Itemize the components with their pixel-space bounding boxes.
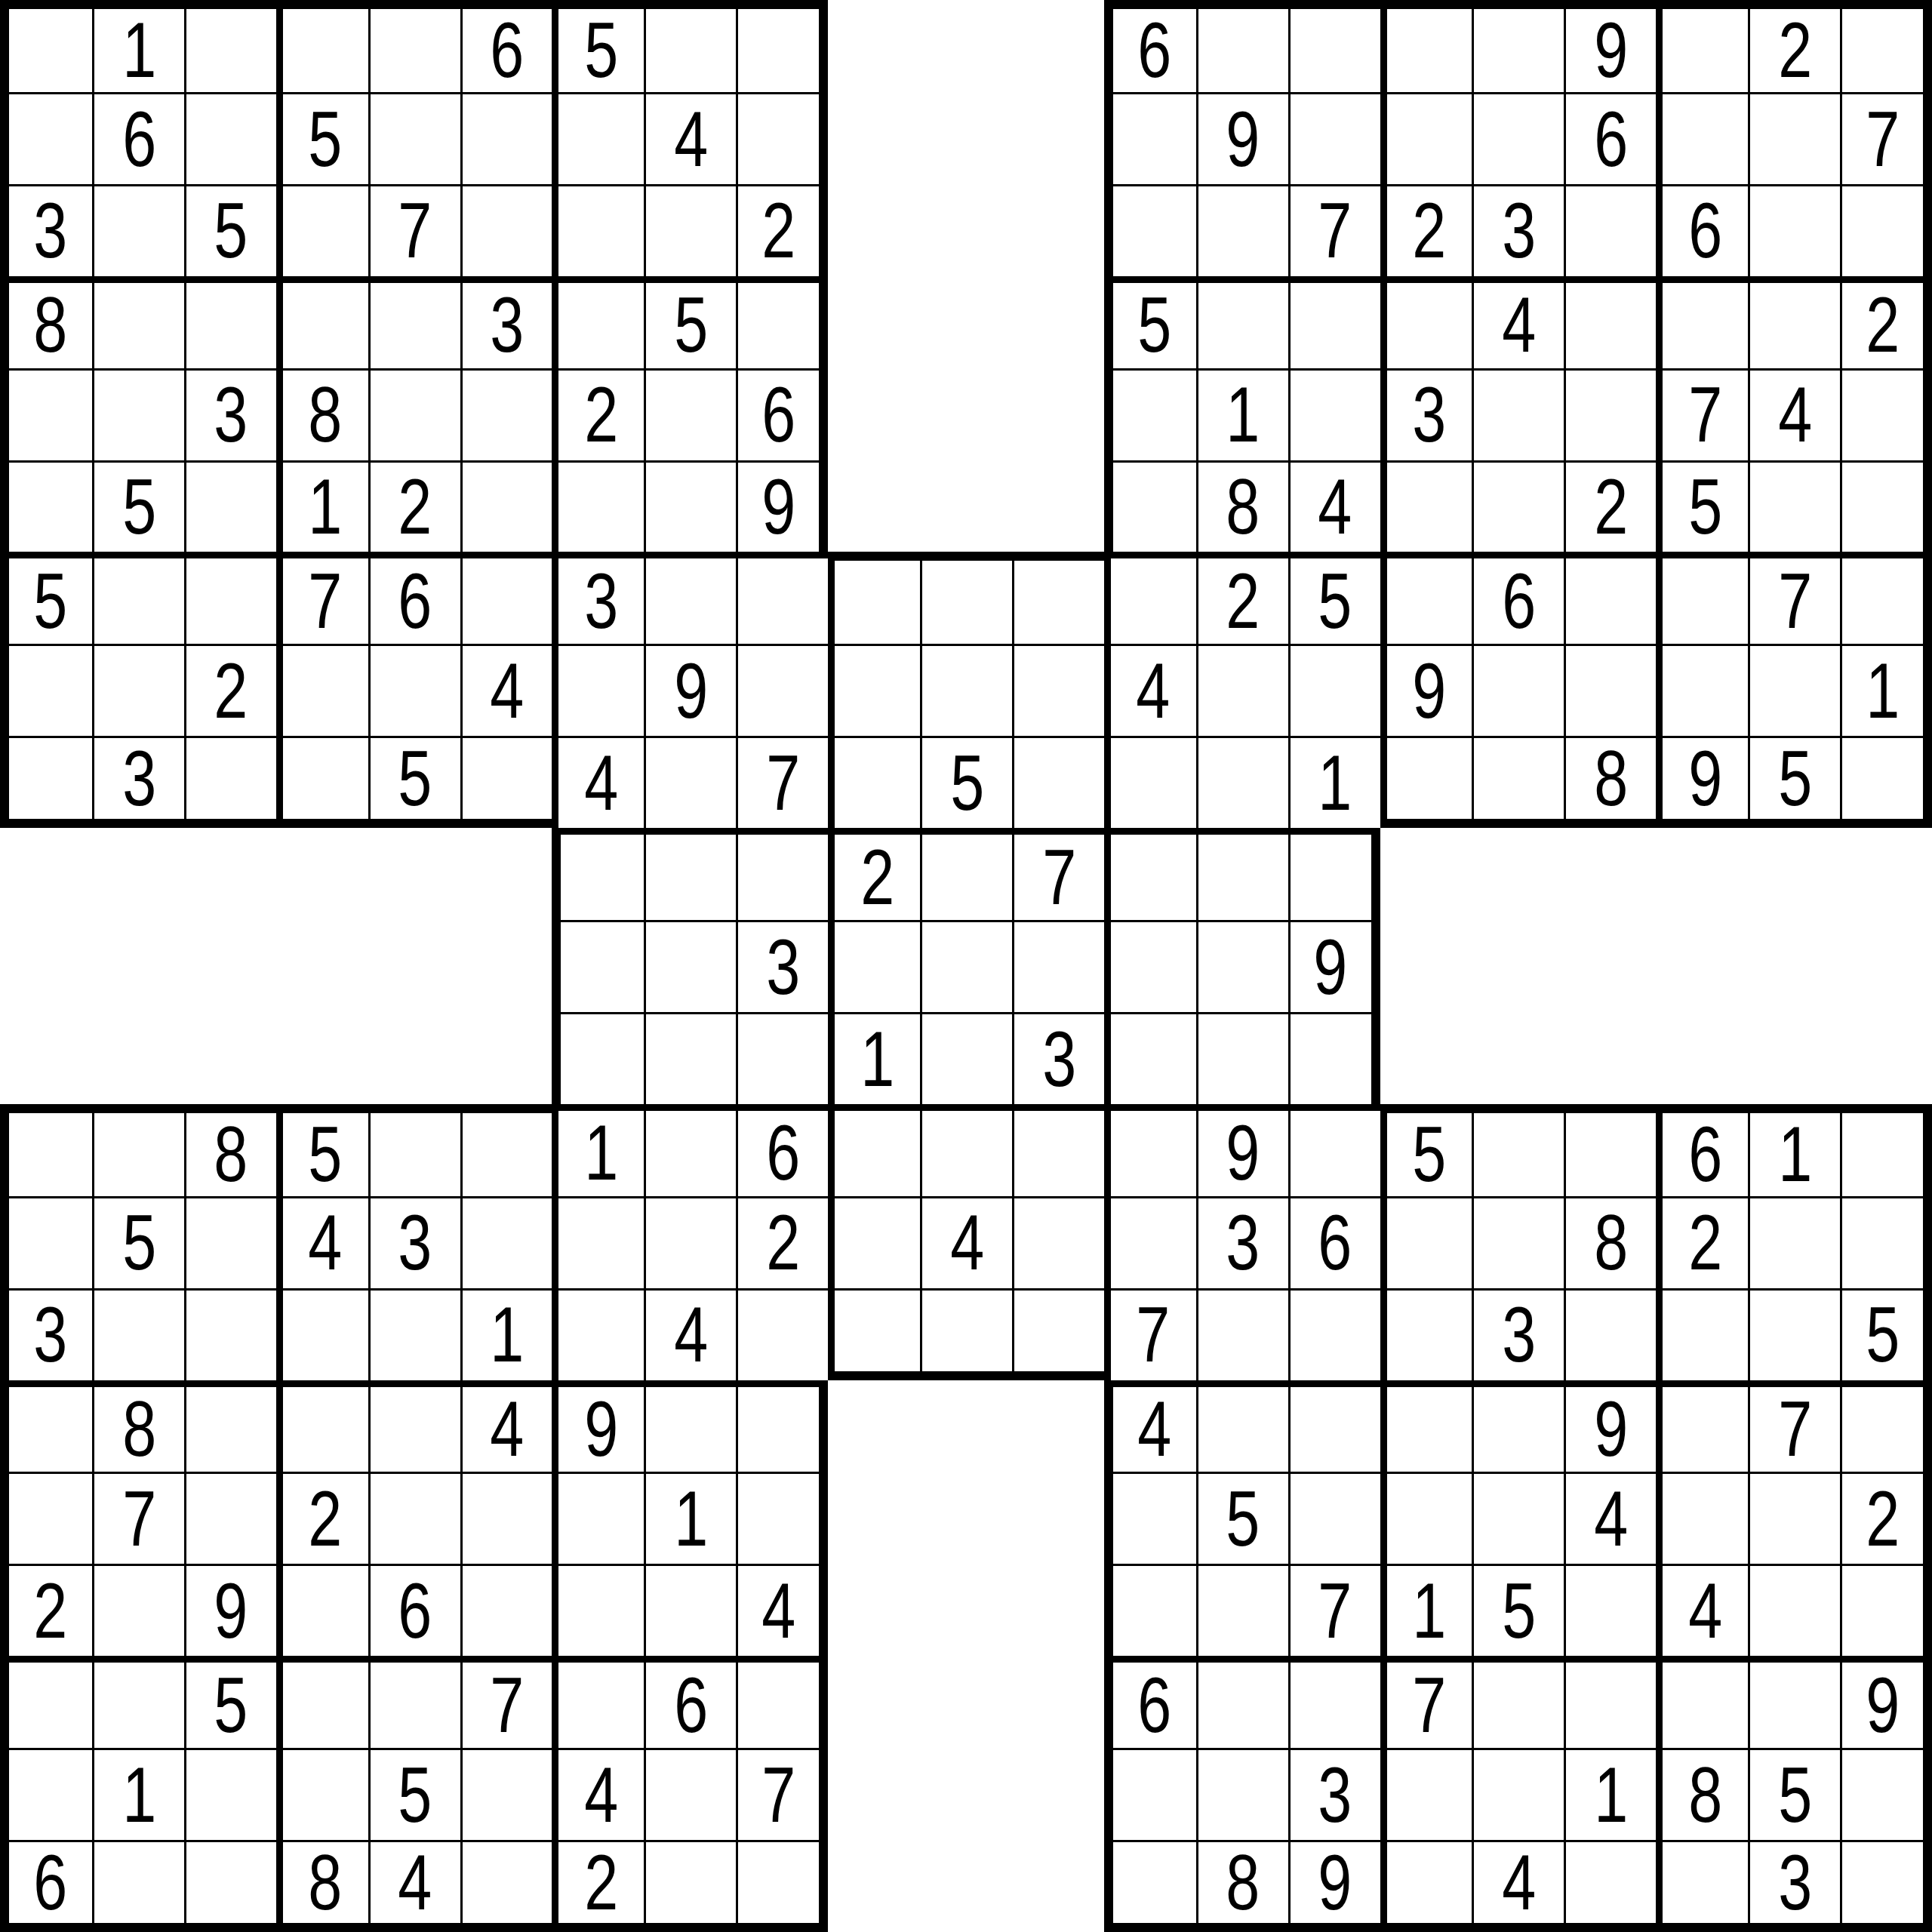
cell-r13c9[interactable]: 6 (736, 1104, 828, 1196)
cell-r17c5[interactable] (368, 1472, 460, 1564)
cell-r7c15[interactable]: 5 (1288, 552, 1380, 644)
cell-r20c6[interactable] (460, 1748, 552, 1840)
cell-r3c4[interactable] (276, 184, 368, 276)
cell-r7c19[interactable] (1656, 552, 1748, 644)
cell-r6c18[interactable]: 2 (1564, 460, 1656, 552)
cell-r15c14[interactable] (1196, 1288, 1288, 1380)
cell-r4c1[interactable]: 8 (0, 276, 92, 368)
cell-r4c3[interactable] (184, 276, 276, 368)
cell-r9c18[interactable]: 8 (1564, 736, 1656, 828)
cell-r1c2[interactable]: 1 (92, 0, 184, 92)
cell-r1c18[interactable]: 9 (1564, 0, 1656, 92)
cell-r21c20[interactable]: 3 (1748, 1840, 1840, 1932)
cell-r4c17[interactable]: 4 (1472, 276, 1564, 368)
cell-r8c18[interactable] (1564, 644, 1656, 736)
cell-r17c9[interactable] (736, 1472, 828, 1564)
cell-r21c19[interactable] (1656, 1840, 1748, 1932)
cell-r17c14[interactable]: 5 (1196, 1472, 1288, 1564)
cell-r9c5[interactable]: 5 (368, 736, 460, 828)
cell-r21c14[interactable]: 8 (1196, 1840, 1288, 1932)
cell-r14c11[interactable]: 4 (920, 1196, 1012, 1288)
cell-r9c8[interactable] (644, 736, 736, 828)
cell-r6c6[interactable] (460, 460, 552, 552)
cell-r15c15[interactable] (1288, 1288, 1380, 1380)
cell-r8c19[interactable] (1656, 644, 1748, 736)
cell-r9c11[interactable]: 5 (920, 736, 1012, 828)
cell-r4c20[interactable] (1748, 276, 1840, 368)
cell-r13c1[interactable] (0, 1104, 92, 1196)
cell-r20c1[interactable] (0, 1748, 92, 1840)
cell-r2c17[interactable] (1472, 92, 1564, 184)
cell-r12c7[interactable] (552, 1012, 644, 1104)
cell-r4c9[interactable] (736, 276, 828, 368)
cell-r11c15[interactable]: 9 (1288, 920, 1380, 1012)
cell-r18c9[interactable]: 4 (736, 1564, 828, 1656)
cell-r18c8[interactable] (644, 1564, 736, 1656)
cell-r21c15[interactable]: 9 (1288, 1840, 1380, 1932)
cell-r5c1[interactable] (0, 368, 92, 460)
cell-r8c2[interactable] (92, 644, 184, 736)
cell-r3c16[interactable]: 2 (1380, 184, 1472, 276)
cell-r1c16[interactable] (1380, 0, 1472, 92)
cell-r8c5[interactable] (368, 644, 460, 736)
cell-r4c2[interactable] (92, 276, 184, 368)
cell-r20c20[interactable]: 5 (1748, 1748, 1840, 1840)
cell-r15c18[interactable] (1564, 1288, 1656, 1380)
cell-r8c13[interactable]: 4 (1104, 644, 1196, 736)
cell-r3c21[interactable] (1840, 184, 1932, 276)
cell-r3c2[interactable] (92, 184, 184, 276)
cell-r13c15[interactable] (1288, 1104, 1380, 1196)
cell-r17c4[interactable]: 2 (276, 1472, 368, 1564)
cell-r4c21[interactable]: 2 (1840, 276, 1932, 368)
cell-r19c15[interactable] (1288, 1656, 1380, 1748)
cell-r18c15[interactable]: 7 (1288, 1564, 1380, 1656)
cell-r6c4[interactable]: 1 (276, 460, 368, 552)
cell-r6c9[interactable]: 9 (736, 460, 828, 552)
cell-r21c16[interactable] (1380, 1840, 1472, 1932)
cell-r4c5[interactable] (368, 276, 460, 368)
cell-r14c1[interactable] (0, 1196, 92, 1288)
cell-r5c17[interactable] (1472, 368, 1564, 460)
cell-r4c18[interactable] (1564, 276, 1656, 368)
cell-r19c9[interactable] (736, 1656, 828, 1748)
cell-r14c20[interactable] (1748, 1196, 1840, 1288)
cell-r8c11[interactable] (920, 644, 1012, 736)
cell-r12c10[interactable]: 1 (828, 1012, 920, 1104)
cell-r5c19[interactable]: 7 (1656, 368, 1748, 460)
cell-r19c2[interactable] (92, 1656, 184, 1748)
cell-r2c14[interactable]: 9 (1196, 92, 1288, 184)
cell-r4c14[interactable] (1196, 276, 1288, 368)
cell-r13c11[interactable] (920, 1104, 1012, 1196)
cell-r3c8[interactable] (644, 184, 736, 276)
cell-r6c17[interactable] (1472, 460, 1564, 552)
cell-r3c17[interactable]: 3 (1472, 184, 1564, 276)
cell-r19c8[interactable]: 6 (644, 1656, 736, 1748)
cell-r1c7[interactable]: 5 (552, 0, 644, 92)
cell-r13c17[interactable] (1472, 1104, 1564, 1196)
cell-r17c6[interactable] (460, 1472, 552, 1564)
cell-r3c14[interactable] (1196, 184, 1288, 276)
cell-r1c19[interactable] (1656, 0, 1748, 92)
cell-r21c6[interactable] (460, 1840, 552, 1932)
cell-r2c15[interactable] (1288, 92, 1380, 184)
cell-r8c1[interactable] (0, 644, 92, 736)
cell-r2c3[interactable] (184, 92, 276, 184)
cell-r13c4[interactable]: 5 (276, 1104, 368, 1196)
cell-r10c8[interactable] (644, 828, 736, 920)
cell-r15c20[interactable] (1748, 1288, 1840, 1380)
cell-r7c21[interactable] (1840, 552, 1932, 644)
cell-r16c5[interactable] (368, 1380, 460, 1472)
cell-r9c16[interactable] (1380, 736, 1472, 828)
cell-r6c21[interactable] (1840, 460, 1932, 552)
cell-r9c9[interactable]: 7 (736, 736, 828, 828)
cell-r8c8[interactable]: 9 (644, 644, 736, 736)
cell-r11c10[interactable] (828, 920, 920, 1012)
cell-r10c13[interactable] (1104, 828, 1196, 920)
cell-r17c19[interactable] (1656, 1472, 1748, 1564)
cell-r17c2[interactable]: 7 (92, 1472, 184, 1564)
cell-r14c16[interactable] (1380, 1196, 1472, 1288)
cell-r20c21[interactable] (1840, 1748, 1932, 1840)
cell-r10c10[interactable]: 2 (828, 828, 920, 920)
cell-r15c7[interactable] (552, 1288, 644, 1380)
cell-r16c6[interactable]: 4 (460, 1380, 552, 1472)
cell-r14c7[interactable] (552, 1196, 644, 1288)
cell-r4c7[interactable] (552, 276, 644, 368)
cell-r19c21[interactable]: 9 (1840, 1656, 1932, 1748)
cell-r7c2[interactable] (92, 552, 184, 644)
cell-r4c6[interactable]: 3 (460, 276, 552, 368)
cell-r5c6[interactable] (460, 368, 552, 460)
cell-r17c16[interactable] (1380, 1472, 1472, 1564)
cell-r13c8[interactable] (644, 1104, 736, 1196)
cell-r19c20[interactable] (1748, 1656, 1840, 1748)
cell-r16c1[interactable] (0, 1380, 92, 1472)
cell-r15c5[interactable] (368, 1288, 460, 1380)
cell-r21c13[interactable] (1104, 1840, 1196, 1932)
cell-r5c20[interactable]: 4 (1748, 368, 1840, 460)
cell-r8c21[interactable]: 1 (1840, 644, 1932, 736)
cell-r19c5[interactable] (368, 1656, 460, 1748)
cell-r6c16[interactable] (1380, 460, 1472, 552)
cell-r8c7[interactable] (552, 644, 644, 736)
cell-r1c15[interactable] (1288, 0, 1380, 92)
cell-r5c7[interactable]: 2 (552, 368, 644, 460)
cell-r15c11[interactable] (920, 1288, 1012, 1380)
cell-r19c1[interactable] (0, 1656, 92, 1748)
cell-r9c19[interactable]: 9 (1656, 736, 1748, 828)
cell-r20c4[interactable] (276, 1748, 368, 1840)
cell-r2c4[interactable]: 5 (276, 92, 368, 184)
cell-r6c20[interactable] (1748, 460, 1840, 552)
cell-r20c17[interactable] (1472, 1748, 1564, 1840)
cell-r7c8[interactable] (644, 552, 736, 644)
cell-r2c20[interactable] (1748, 92, 1840, 184)
cell-r13c10[interactable] (828, 1104, 920, 1196)
cell-r18c18[interactable] (1564, 1564, 1656, 1656)
cell-r2c5[interactable] (368, 92, 460, 184)
cell-r15c21[interactable]: 5 (1840, 1288, 1932, 1380)
cell-r8c6[interactable]: 4 (460, 644, 552, 736)
cell-r8c3[interactable]: 2 (184, 644, 276, 736)
cell-r6c3[interactable] (184, 460, 276, 552)
cell-r13c18[interactable] (1564, 1104, 1656, 1196)
cell-r14c12[interactable] (1012, 1196, 1104, 1288)
cell-r9c17[interactable] (1472, 736, 1564, 828)
cell-r11c11[interactable] (920, 920, 1012, 1012)
cell-r5c4[interactable]: 8 (276, 368, 368, 460)
cell-r13c19[interactable]: 6 (1656, 1104, 1748, 1196)
cell-r13c12[interactable] (1012, 1104, 1104, 1196)
cell-r19c6[interactable]: 7 (460, 1656, 552, 1748)
cell-r16c16[interactable] (1380, 1380, 1472, 1472)
cell-r9c13[interactable] (1104, 736, 1196, 828)
cell-r14c13[interactable] (1104, 1196, 1196, 1288)
cell-r5c21[interactable] (1840, 368, 1932, 460)
cell-r5c15[interactable] (1288, 368, 1380, 460)
cell-r4c13[interactable]: 5 (1104, 276, 1196, 368)
cell-r1c6[interactable]: 6 (460, 0, 552, 92)
cell-r16c13[interactable]: 4 (1104, 1380, 1196, 1472)
cell-r19c18[interactable] (1564, 1656, 1656, 1748)
cell-r10c14[interactable] (1196, 828, 1288, 920)
cell-r2c8[interactable]: 4 (644, 92, 736, 184)
cell-r18c7[interactable] (552, 1564, 644, 1656)
cell-r9c4[interactable] (276, 736, 368, 828)
cell-r15c10[interactable] (828, 1288, 920, 1380)
cell-r14c3[interactable] (184, 1196, 276, 1288)
cell-r2c21[interactable]: 7 (1840, 92, 1932, 184)
cell-r13c13[interactable] (1104, 1104, 1196, 1196)
cell-r7c13[interactable] (1104, 552, 1196, 644)
cell-r21c9[interactable] (736, 1840, 828, 1932)
cell-r5c14[interactable]: 1 (1196, 368, 1288, 460)
cell-r7c5[interactable]: 6 (368, 552, 460, 644)
cell-r7c14[interactable]: 2 (1196, 552, 1288, 644)
cell-r13c21[interactable] (1840, 1104, 1932, 1196)
cell-r17c21[interactable]: 2 (1840, 1472, 1932, 1564)
cell-r16c18[interactable]: 9 (1564, 1380, 1656, 1472)
cell-r14c15[interactable]: 6 (1288, 1196, 1380, 1288)
cell-r18c4[interactable] (276, 1564, 368, 1656)
cell-r12c8[interactable] (644, 1012, 736, 1104)
cell-r18c13[interactable] (1104, 1564, 1196, 1656)
cell-r17c3[interactable] (184, 1472, 276, 1564)
cell-r8c17[interactable] (1472, 644, 1564, 736)
cell-r19c14[interactable] (1196, 1656, 1288, 1748)
cell-r15c1[interactable]: 3 (0, 1288, 92, 1380)
cell-r3c20[interactable] (1748, 184, 1840, 276)
cell-r12c15[interactable] (1288, 1012, 1380, 1104)
cell-r13c6[interactable] (460, 1104, 552, 1196)
cell-r7c12[interactable] (1012, 552, 1104, 644)
cell-r14c19[interactable]: 2 (1656, 1196, 1748, 1288)
cell-r16c19[interactable] (1656, 1380, 1748, 1472)
cell-r7c3[interactable] (184, 552, 276, 644)
cell-r14c17[interactable] (1472, 1196, 1564, 1288)
cell-r15c8[interactable]: 4 (644, 1288, 736, 1380)
cell-r2c1[interactable] (0, 92, 92, 184)
cell-r9c15[interactable]: 1 (1288, 736, 1380, 828)
cell-r11c9[interactable]: 3 (736, 920, 828, 1012)
cell-r21c7[interactable]: 2 (552, 1840, 644, 1932)
cell-r3c3[interactable]: 5 (184, 184, 276, 276)
cell-r14c9[interactable]: 2 (736, 1196, 828, 1288)
cell-r18c21[interactable] (1840, 1564, 1932, 1656)
cell-r18c2[interactable] (92, 1564, 184, 1656)
cell-r15c12[interactable] (1012, 1288, 1104, 1380)
cell-r2c18[interactable]: 6 (1564, 92, 1656, 184)
cell-r3c9[interactable]: 2 (736, 184, 828, 276)
cell-r5c2[interactable] (92, 368, 184, 460)
cell-r7c9[interactable] (736, 552, 828, 644)
cell-r15c6[interactable]: 1 (460, 1288, 552, 1380)
cell-r11c7[interactable] (552, 920, 644, 1012)
cell-r5c8[interactable] (644, 368, 736, 460)
cell-r1c8[interactable] (644, 0, 736, 92)
cell-r21c2[interactable] (92, 1840, 184, 1932)
cell-r6c14[interactable]: 8 (1196, 460, 1288, 552)
cell-r20c16[interactable] (1380, 1748, 1472, 1840)
cell-r18c3[interactable]: 9 (184, 1564, 276, 1656)
cell-r15c13[interactable]: 7 (1104, 1288, 1196, 1380)
cell-r5c13[interactable] (1104, 368, 1196, 460)
cell-r2c7[interactable] (552, 92, 644, 184)
cell-r20c7[interactable]: 4 (552, 1748, 644, 1840)
cell-r6c1[interactable] (0, 460, 92, 552)
cell-r17c15[interactable] (1288, 1472, 1380, 1564)
cell-r3c13[interactable] (1104, 184, 1196, 276)
cell-r2c6[interactable] (460, 92, 552, 184)
cell-r5c18[interactable] (1564, 368, 1656, 460)
cell-r4c8[interactable]: 5 (644, 276, 736, 368)
cell-r14c10[interactable] (828, 1196, 920, 1288)
cell-r18c5[interactable]: 6 (368, 1564, 460, 1656)
cell-r17c20[interactable] (1748, 1472, 1840, 1564)
cell-r21c18[interactable] (1564, 1840, 1656, 1932)
cell-r20c14[interactable] (1196, 1748, 1288, 1840)
cell-r5c9[interactable]: 6 (736, 368, 828, 460)
cell-r20c8[interactable] (644, 1748, 736, 1840)
cell-r1c17[interactable] (1472, 0, 1564, 92)
cell-r20c5[interactable]: 5 (368, 1748, 460, 1840)
cell-r19c3[interactable]: 5 (184, 1656, 276, 1748)
cell-r16c7[interactable]: 9 (552, 1380, 644, 1472)
cell-r21c8[interactable] (644, 1840, 736, 1932)
cell-r1c9[interactable] (736, 0, 828, 92)
cell-r3c15[interactable]: 7 (1288, 184, 1380, 276)
cell-r8c15[interactable] (1288, 644, 1380, 736)
cell-r1c5[interactable] (368, 0, 460, 92)
cell-r5c3[interactable]: 3 (184, 368, 276, 460)
cell-r21c5[interactable]: 4 (368, 1840, 460, 1932)
cell-r5c5[interactable] (368, 368, 460, 460)
cell-r20c19[interactable]: 8 (1656, 1748, 1748, 1840)
cell-r12c11[interactable] (920, 1012, 1012, 1104)
cell-r18c20[interactable] (1748, 1564, 1840, 1656)
cell-r18c1[interactable]: 2 (0, 1564, 92, 1656)
cell-r16c9[interactable] (736, 1380, 828, 1472)
cell-r15c2[interactable] (92, 1288, 184, 1380)
cell-r18c6[interactable] (460, 1564, 552, 1656)
cell-r9c14[interactable] (1196, 736, 1288, 828)
cell-r18c17[interactable]: 5 (1472, 1564, 1564, 1656)
cell-r13c5[interactable] (368, 1104, 460, 1196)
cell-r16c3[interactable] (184, 1380, 276, 1472)
cell-r16c8[interactable] (644, 1380, 736, 1472)
cell-r4c16[interactable] (1380, 276, 1472, 368)
cell-r20c13[interactable] (1104, 1748, 1196, 1840)
cell-r13c14[interactable]: 9 (1196, 1104, 1288, 1196)
cell-r14c21[interactable] (1840, 1196, 1932, 1288)
cell-r9c2[interactable]: 3 (92, 736, 184, 828)
cell-r10c7[interactable] (552, 828, 644, 920)
cell-r7c10[interactable] (828, 552, 920, 644)
cell-r2c2[interactable]: 6 (92, 92, 184, 184)
cell-r14c5[interactable]: 3 (368, 1196, 460, 1288)
cell-r19c7[interactable] (552, 1656, 644, 1748)
cell-r20c15[interactable]: 3 (1288, 1748, 1380, 1840)
cell-r14c2[interactable]: 5 (92, 1196, 184, 1288)
cell-r3c18[interactable] (1564, 184, 1656, 276)
cell-r6c2[interactable]: 5 (92, 460, 184, 552)
cell-r11c12[interactable] (1012, 920, 1104, 1012)
cell-r1c3[interactable] (184, 0, 276, 92)
cell-r19c16[interactable]: 7 (1380, 1656, 1472, 1748)
cell-r17c13[interactable] (1104, 1472, 1196, 1564)
cell-r7c16[interactable] (1380, 552, 1472, 644)
cell-r1c1[interactable] (0, 0, 92, 92)
cell-r6c5[interactable]: 2 (368, 460, 460, 552)
cell-r13c2[interactable] (92, 1104, 184, 1196)
cell-r14c14[interactable]: 3 (1196, 1196, 1288, 1288)
cell-r17c1[interactable] (0, 1472, 92, 1564)
cell-r14c6[interactable] (460, 1196, 552, 1288)
cell-r7c20[interactable]: 7 (1748, 552, 1840, 644)
cell-r20c2[interactable]: 1 (92, 1748, 184, 1840)
cell-r6c19[interactable]: 5 (1656, 460, 1748, 552)
cell-r4c4[interactable] (276, 276, 368, 368)
cell-r5c16[interactable]: 3 (1380, 368, 1472, 460)
cell-r16c15[interactable] (1288, 1380, 1380, 1472)
cell-r2c19[interactable] (1656, 92, 1748, 184)
cell-r16c20[interactable]: 7 (1748, 1380, 1840, 1472)
cell-r7c7[interactable]: 3 (552, 552, 644, 644)
cell-r21c21[interactable] (1840, 1840, 1932, 1932)
cell-r11c14[interactable] (1196, 920, 1288, 1012)
cell-r4c15[interactable] (1288, 276, 1380, 368)
cell-r9c6[interactable] (460, 736, 552, 828)
cell-r3c19[interactable]: 6 (1656, 184, 1748, 276)
cell-r21c17[interactable]: 4 (1472, 1840, 1564, 1932)
cell-r19c4[interactable] (276, 1656, 368, 1748)
cell-r3c6[interactable] (460, 184, 552, 276)
cell-r10c11[interactable] (920, 828, 1012, 920)
cell-r18c14[interactable] (1196, 1564, 1288, 1656)
cell-r1c21[interactable] (1840, 0, 1932, 92)
cell-r8c12[interactable] (1012, 644, 1104, 736)
cell-r19c13[interactable]: 6 (1104, 1656, 1196, 1748)
cell-r15c16[interactable] (1380, 1288, 1472, 1380)
cell-r20c3[interactable] (184, 1748, 276, 1840)
cell-r9c20[interactable]: 5 (1748, 736, 1840, 828)
cell-r6c7[interactable] (552, 460, 644, 552)
cell-r7c1[interactable]: 5 (0, 552, 92, 644)
cell-r3c7[interactable] (552, 184, 644, 276)
